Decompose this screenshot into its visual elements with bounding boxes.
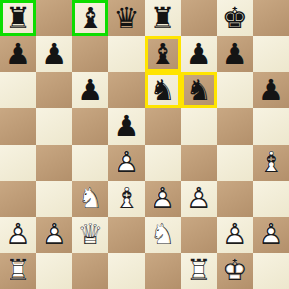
black-king-icon[interactable]: ♚ bbox=[217, 0, 253, 36]
white-bishop-icon[interactable]: ♝♗ bbox=[108, 181, 144, 217]
black-pawn-icon[interactable]: ♟ bbox=[217, 36, 253, 72]
white-bishop-outline: ♗ bbox=[253, 145, 289, 181]
square-c7[interactable] bbox=[72, 36, 108, 72]
square-b5[interactable] bbox=[36, 108, 72, 144]
white-pawn-outline: ♙ bbox=[36, 217, 72, 253]
square-a1[interactable]: ♜♖ bbox=[0, 253, 36, 289]
black-pawn-icon[interactable]: ♟ bbox=[108, 108, 144, 144]
white-knight-outline: ♘ bbox=[145, 217, 181, 253]
square-f1[interactable]: ♜♖ bbox=[181, 253, 217, 289]
white-bishop-icon[interactable]: ♝♗ bbox=[253, 145, 289, 181]
square-e8[interactable]: ♜ bbox=[145, 0, 181, 36]
square-a6[interactable] bbox=[0, 72, 36, 108]
white-pawn-outline: ♙ bbox=[181, 181, 217, 217]
square-h6[interactable]: ♟ bbox=[253, 72, 289, 108]
square-e3[interactable]: ♟♙ bbox=[145, 181, 181, 217]
square-f6[interactable]: ♞ bbox=[181, 72, 217, 108]
black-pawn-icon[interactable]: ♟ bbox=[181, 36, 217, 72]
square-c4[interactable] bbox=[72, 145, 108, 181]
black-pawn-icon[interactable]: ♟ bbox=[72, 72, 108, 108]
square-c1[interactable] bbox=[72, 253, 108, 289]
white-rook-icon[interactable]: ♜♖ bbox=[181, 253, 217, 289]
white-pawn-icon[interactable]: ♟♙ bbox=[0, 217, 36, 253]
white-pawn-icon[interactable]: ♟♙ bbox=[145, 181, 181, 217]
square-a7[interactable]: ♟ bbox=[0, 36, 36, 72]
square-c3[interactable]: ♞♘ bbox=[72, 181, 108, 217]
square-f2[interactable] bbox=[181, 217, 217, 253]
square-g4[interactable] bbox=[217, 145, 253, 181]
square-f3[interactable]: ♟♙ bbox=[181, 181, 217, 217]
white-rook-outline: ♖ bbox=[0, 253, 36, 289]
square-b7[interactable]: ♟ bbox=[36, 36, 72, 72]
white-queen-icon[interactable]: ♛♕ bbox=[72, 217, 108, 253]
square-d8[interactable]: ♛ bbox=[108, 0, 144, 36]
square-e2[interactable]: ♞♘ bbox=[145, 217, 181, 253]
square-b8[interactable] bbox=[36, 0, 72, 36]
square-a4[interactable] bbox=[0, 145, 36, 181]
square-b1[interactable] bbox=[36, 253, 72, 289]
black-bishop-icon[interactable]: ♝ bbox=[145, 36, 181, 72]
white-knight-icon[interactable]: ♞♘ bbox=[72, 181, 108, 217]
square-c2[interactable]: ♛♕ bbox=[72, 217, 108, 253]
black-bishop-icon[interactable]: ♝ bbox=[72, 0, 108, 36]
square-h2[interactable]: ♟♙ bbox=[253, 217, 289, 253]
black-pawn-icon[interactable]: ♟ bbox=[36, 36, 72, 72]
white-rook-icon[interactable]: ♜♖ bbox=[0, 253, 36, 289]
black-knight-icon[interactable]: ♞ bbox=[145, 72, 181, 108]
white-knight-outline: ♘ bbox=[72, 181, 108, 217]
square-h8[interactable] bbox=[253, 0, 289, 36]
square-h5[interactable] bbox=[253, 108, 289, 144]
square-g3[interactable] bbox=[217, 181, 253, 217]
white-pawn-icon[interactable]: ♟♙ bbox=[181, 181, 217, 217]
square-g6[interactable] bbox=[217, 72, 253, 108]
black-pawn-icon[interactable]: ♟ bbox=[253, 72, 289, 108]
square-h7[interactable] bbox=[253, 36, 289, 72]
square-g8[interactable]: ♚ bbox=[217, 0, 253, 36]
white-pawn-icon[interactable]: ♟♙ bbox=[217, 217, 253, 253]
square-f7[interactable]: ♟ bbox=[181, 36, 217, 72]
black-pawn-icon[interactable]: ♟ bbox=[0, 36, 36, 72]
chess-board: ♜♝♛♜♚♟♟♝♟♟♟♞♞♟♟♟♙♝♗♞♘♝♗♟♙♟♙♟♙♟♙♛♕♞♘♟♙♟♙♜… bbox=[0, 0, 289, 289]
white-pawn-outline: ♙ bbox=[0, 217, 36, 253]
square-d2[interactable] bbox=[108, 217, 144, 253]
white-pawn-outline: ♙ bbox=[217, 217, 253, 253]
white-pawn-icon[interactable]: ♟♙ bbox=[253, 217, 289, 253]
white-pawn-icon[interactable]: ♟♙ bbox=[108, 145, 144, 181]
square-b4[interactable] bbox=[36, 145, 72, 181]
square-d4[interactable]: ♟♙ bbox=[108, 145, 144, 181]
square-c6[interactable]: ♟ bbox=[72, 72, 108, 108]
square-b3[interactable] bbox=[36, 181, 72, 217]
square-h3[interactable] bbox=[253, 181, 289, 217]
square-e6[interactable]: ♞ bbox=[145, 72, 181, 108]
black-rook-icon[interactable]: ♜ bbox=[145, 0, 181, 36]
square-d7[interactable] bbox=[108, 36, 144, 72]
white-rook-outline: ♖ bbox=[181, 253, 217, 289]
white-pawn-icon[interactable]: ♟♙ bbox=[36, 217, 72, 253]
white-bishop-outline: ♗ bbox=[108, 181, 144, 217]
black-queen-icon[interactable]: ♛ bbox=[108, 0, 144, 36]
square-a8[interactable]: ♜ bbox=[0, 0, 36, 36]
black-knight-icon[interactable]: ♞ bbox=[181, 72, 217, 108]
white-knight-icon[interactable]: ♞♘ bbox=[145, 217, 181, 253]
white-pawn-outline: ♙ bbox=[253, 217, 289, 253]
white-pawn-outline: ♙ bbox=[145, 181, 181, 217]
square-d5[interactable]: ♟ bbox=[108, 108, 144, 144]
square-a2[interactable]: ♟♙ bbox=[0, 217, 36, 253]
square-b6[interactable] bbox=[36, 72, 72, 108]
white-king-outline: ♔ bbox=[217, 253, 253, 289]
square-e5[interactable] bbox=[145, 108, 181, 144]
square-a3[interactable] bbox=[0, 181, 36, 217]
square-d3[interactable]: ♝♗ bbox=[108, 181, 144, 217]
square-e7[interactable]: ♝ bbox=[145, 36, 181, 72]
square-g5[interactable] bbox=[217, 108, 253, 144]
square-c8[interactable]: ♝ bbox=[72, 0, 108, 36]
black-rook-icon[interactable]: ♜ bbox=[0, 0, 36, 36]
square-f4[interactable] bbox=[181, 145, 217, 181]
white-king-icon[interactable]: ♚♔ bbox=[217, 253, 253, 289]
square-g7[interactable]: ♟ bbox=[217, 36, 253, 72]
square-g1[interactable]: ♚♔ bbox=[217, 253, 253, 289]
square-h1[interactable] bbox=[253, 253, 289, 289]
square-c5[interactable] bbox=[72, 108, 108, 144]
square-e4[interactable] bbox=[145, 145, 181, 181]
square-d1[interactable] bbox=[108, 253, 144, 289]
white-pawn-outline: ♙ bbox=[108, 145, 144, 181]
square-a5[interactable] bbox=[0, 108, 36, 144]
white-queen-outline: ♕ bbox=[72, 217, 108, 253]
square-b2[interactable]: ♟♙ bbox=[36, 217, 72, 253]
square-d6[interactable] bbox=[108, 72, 144, 108]
square-g2[interactable]: ♟♙ bbox=[217, 217, 253, 253]
square-f5[interactable] bbox=[181, 108, 217, 144]
square-e1[interactable] bbox=[145, 253, 181, 289]
square-h4[interactable]: ♝♗ bbox=[253, 145, 289, 181]
square-f8[interactable] bbox=[181, 0, 217, 36]
